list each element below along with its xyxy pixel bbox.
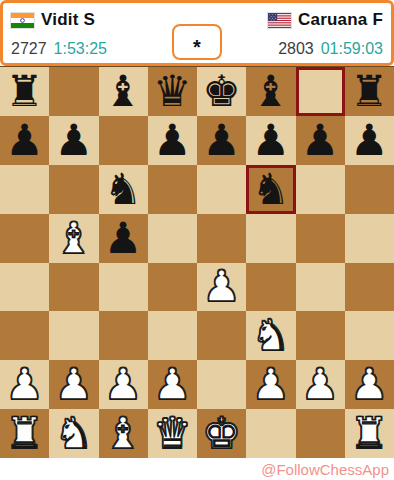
square-h3[interactable] xyxy=(345,311,394,360)
square-d2[interactable]: ♟ xyxy=(148,360,197,409)
square-b1[interactable]: ♞ xyxy=(49,409,98,458)
black-pawn: ♟ xyxy=(301,119,340,162)
player-card-white: Vidit S 2727 1:53:25 xyxy=(11,10,107,58)
square-c8[interactable]: ♝ xyxy=(99,67,148,116)
black-pawn: ♟ xyxy=(153,119,192,162)
square-a1[interactable]: ♜ xyxy=(0,409,49,458)
player-name-black: Caruana F xyxy=(298,10,383,30)
square-g4[interactable] xyxy=(296,263,345,312)
square-b8[interactable] xyxy=(49,67,98,116)
white-rook: ♜ xyxy=(350,412,389,455)
square-d6[interactable] xyxy=(148,165,197,214)
square-c5[interactable]: ♟ xyxy=(99,214,148,263)
square-f2[interactable]: ♟ xyxy=(246,360,295,409)
square-d1[interactable]: ♛ xyxy=(148,409,197,458)
india-flag-icon xyxy=(11,13,34,28)
white-pawn: ♟ xyxy=(202,265,241,308)
chess-board: ♜♝♛♚♝♜♟♟♟♟♟♟♟♞♞♝♟♟♞♟♟♟♟♟♟♟♜♞♝♛♚♜ xyxy=(0,66,394,458)
white-pawn: ♟ xyxy=(104,363,143,406)
square-g2[interactable]: ♟ xyxy=(296,360,345,409)
square-b5[interactable]: ♝ xyxy=(49,214,98,263)
square-h1[interactable]: ♜ xyxy=(345,409,394,458)
white-pawn: ♟ xyxy=(55,363,94,406)
white-pawn: ♟ xyxy=(350,363,389,406)
square-h7[interactable]: ♟ xyxy=(345,116,394,165)
square-f7[interactable]: ♟ xyxy=(246,116,295,165)
black-queen: ♛ xyxy=(153,70,192,113)
square-h2[interactable]: ♟ xyxy=(345,360,394,409)
black-pawn: ♟ xyxy=(55,119,94,162)
white-pawn: ♟ xyxy=(153,363,192,406)
square-a6[interactable] xyxy=(0,165,49,214)
square-f8[interactable]: ♝ xyxy=(246,67,295,116)
black-rook: ♜ xyxy=(5,70,44,113)
result-asterisk: * xyxy=(193,36,201,59)
player-clock-black: 01:59:03 xyxy=(321,40,383,58)
player-card-black: Caruana F 2803 01:59:03 xyxy=(268,10,383,58)
usa-flag-icon xyxy=(268,13,291,28)
square-d4[interactable] xyxy=(148,263,197,312)
square-a8[interactable]: ♜ xyxy=(0,67,49,116)
square-c2[interactable]: ♟ xyxy=(99,360,148,409)
square-f5[interactable] xyxy=(246,214,295,263)
square-b3[interactable] xyxy=(49,311,98,360)
footer: @FollowChessApp xyxy=(0,458,394,480)
square-a4[interactable] xyxy=(0,263,49,312)
square-d3[interactable] xyxy=(148,311,197,360)
black-knight: ♞ xyxy=(104,168,143,211)
square-b4[interactable] xyxy=(49,263,98,312)
black-king: ♚ xyxy=(202,70,241,113)
square-e2[interactable] xyxy=(197,360,246,409)
black-pawn: ♟ xyxy=(104,217,143,260)
player-name-white: Vidit S xyxy=(41,10,95,30)
white-king: ♚ xyxy=(202,412,241,455)
square-f6[interactable]: ♞ xyxy=(246,165,295,214)
player-clock-white: 1:53:25 xyxy=(54,40,107,58)
square-f4[interactable] xyxy=(246,263,295,312)
square-a3[interactable] xyxy=(0,311,49,360)
square-g3[interactable] xyxy=(296,311,345,360)
square-e6[interactable] xyxy=(197,165,246,214)
black-bishop: ♝ xyxy=(104,70,143,113)
square-a2[interactable]: ♟ xyxy=(0,360,49,409)
square-e1[interactable]: ♚ xyxy=(197,409,246,458)
black-knight: ♞ xyxy=(252,168,291,211)
square-c1[interactable]: ♝ xyxy=(99,409,148,458)
square-g7[interactable]: ♟ xyxy=(296,116,345,165)
square-b2[interactable]: ♟ xyxy=(49,360,98,409)
square-c6[interactable]: ♞ xyxy=(99,165,148,214)
black-pawn: ♟ xyxy=(350,119,389,162)
player-rating-black: 2803 xyxy=(278,40,314,58)
square-h6[interactable] xyxy=(345,165,394,214)
watermark-text: @FollowChessApp xyxy=(261,461,389,478)
white-rook: ♜ xyxy=(5,412,44,455)
white-knight: ♞ xyxy=(252,314,291,357)
square-d7[interactable]: ♟ xyxy=(148,116,197,165)
square-c7[interactable] xyxy=(99,116,148,165)
square-h5[interactable] xyxy=(345,214,394,263)
white-bishop: ♝ xyxy=(104,412,143,455)
black-pawn: ♟ xyxy=(252,119,291,162)
square-d8[interactable]: ♛ xyxy=(148,67,197,116)
square-h4[interactable] xyxy=(345,263,394,312)
square-a5[interactable] xyxy=(0,214,49,263)
square-g8[interactable] xyxy=(296,67,345,116)
square-g5[interactable] xyxy=(296,214,345,263)
white-knight: ♞ xyxy=(55,412,94,455)
square-e4[interactable]: ♟ xyxy=(197,263,246,312)
black-pawn: ♟ xyxy=(202,119,241,162)
player-rating-white: 2727 xyxy=(11,40,47,58)
white-pawn: ♟ xyxy=(301,363,340,406)
square-c4[interactable] xyxy=(99,263,148,312)
square-g1[interactable] xyxy=(296,409,345,458)
black-bishop: ♝ xyxy=(252,70,291,113)
square-b7[interactable]: ♟ xyxy=(49,116,98,165)
square-g6[interactable] xyxy=(296,165,345,214)
square-f1[interactable] xyxy=(246,409,295,458)
square-e3[interactable] xyxy=(197,311,246,360)
square-f3[interactable]: ♞ xyxy=(246,311,295,360)
square-e7[interactable]: ♟ xyxy=(197,116,246,165)
black-pawn: ♟ xyxy=(5,119,44,162)
game-result-indicator: * xyxy=(172,24,222,60)
white-queen: ♛ xyxy=(153,412,192,455)
game-header: Vidit S 2727 1:53:25 * xyxy=(0,0,394,66)
black-rook: ♜ xyxy=(350,70,389,113)
square-c3[interactable] xyxy=(99,311,148,360)
white-pawn: ♟ xyxy=(252,363,291,406)
square-a7[interactable]: ♟ xyxy=(0,116,49,165)
square-b6[interactable] xyxy=(49,165,98,214)
square-e8[interactable]: ♚ xyxy=(197,67,246,116)
square-h8[interactable]: ♜ xyxy=(345,67,394,116)
square-e5[interactable] xyxy=(197,214,246,263)
white-pawn: ♟ xyxy=(5,363,44,406)
white-bishop: ♝ xyxy=(55,217,94,260)
square-d5[interactable] xyxy=(148,214,197,263)
